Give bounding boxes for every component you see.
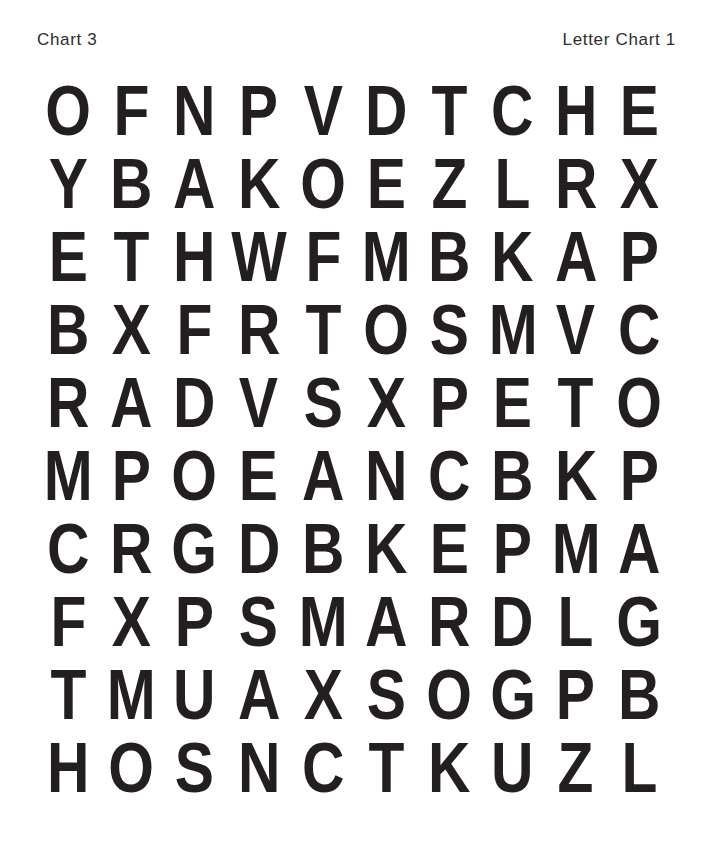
grid-cell-r5c6: X [355, 366, 418, 439]
letter-glyph: O [616, 368, 662, 438]
grid-cell-r9c10: B [607, 658, 670, 731]
grid-cell-r3c8: K [481, 220, 544, 293]
grid-cell-r4c3: F [163, 293, 226, 366]
letter-glyph: V [304, 76, 343, 146]
letter-glyph: M [551, 514, 600, 584]
letter-glyph: D [365, 76, 407, 146]
grid-cell-r7c10: A [607, 512, 670, 585]
letter-glyph: M [362, 222, 411, 292]
letter-glyph: O [427, 660, 473, 730]
grid-cell-r2c3: A [163, 147, 226, 220]
grid-cell-r8c8: D [481, 585, 544, 658]
letter-glyph: P [239, 76, 278, 146]
letter-glyph: S [304, 368, 343, 438]
grid-cell-r1c1: O [37, 74, 100, 147]
letter-glyph: F [50, 587, 86, 657]
grid-cell-r1c8: C [481, 74, 544, 147]
letter-glyph: Z [432, 149, 468, 219]
grid-cell-r7c1: C [37, 512, 100, 585]
letter-glyph: O [108, 733, 154, 803]
chart-header: Chart 3 Letter Chart 1 [0, 0, 707, 50]
grid-cell-r6c4: E [226, 439, 292, 512]
grid-cell-r6c9: K [544, 439, 607, 512]
grid-cell-r5c1: R [37, 366, 100, 439]
letter-glyph: R [555, 149, 597, 219]
grid-cell-r1c7: T [418, 74, 481, 147]
letter-glyph: X [619, 149, 658, 219]
grid-cell-r9c9: P [544, 658, 607, 731]
letter-chart-page: Chart 3 Letter Chart 1 OFNPVDTCHEYBAKOEZ… [0, 0, 707, 858]
grid-cell-r10c9: Z [544, 731, 607, 804]
grid-cell-r5c4: V [226, 366, 292, 439]
letter-glyph: O [171, 441, 217, 511]
grid-cell-r3c6: M [355, 220, 418, 293]
letter-glyph: N [173, 76, 215, 146]
letter-glyph: B [47, 295, 89, 365]
grid-cell-r3c10: P [607, 220, 670, 293]
letter-glyph: F [113, 76, 149, 146]
grid-cell-r4c2: X [100, 293, 163, 366]
letter-glyph: G [616, 587, 662, 657]
letter-glyph: X [367, 368, 406, 438]
grid-cell-r5c2: A [100, 366, 163, 439]
grid-cell-r3c5: F [292, 220, 355, 293]
letter-glyph: O [301, 149, 347, 219]
grid-cell-r5c8: E [481, 366, 544, 439]
letter-glyph: A [618, 514, 660, 584]
grid-cell-r5c10: O [607, 366, 670, 439]
letter-glyph: S [430, 295, 469, 365]
grid-cell-r8c5: M [292, 585, 355, 658]
letter-glyph: P [619, 441, 658, 511]
letter-glyph: O [45, 76, 91, 146]
grid-cell-r4c6: O [355, 293, 418, 366]
grid-cell-r6c8: B [481, 439, 544, 512]
letter-glyph: C [302, 733, 344, 803]
chart-title-label: Letter Chart 1 [563, 30, 676, 50]
grid-cell-r2c9: R [544, 147, 607, 220]
grid-cell-r1c9: H [544, 74, 607, 147]
grid-cell-r4c1: B [37, 293, 100, 366]
letter-glyph: C [491, 76, 533, 146]
grid-cell-r3c3: H [163, 220, 226, 293]
grid-cell-r8c2: X [100, 585, 163, 658]
grid-cell-r1c6: D [355, 74, 418, 147]
grid-cell-r10c4: N [226, 731, 292, 804]
grid-cell-r10c10: L [607, 731, 670, 804]
letter-glyph: T [305, 295, 341, 365]
grid-cell-r5c9: T [544, 366, 607, 439]
letter-glyph: R [110, 514, 152, 584]
letter-glyph: M [107, 660, 156, 730]
letter-glyph: E [48, 222, 87, 292]
grid-cell-r2c2: B [100, 147, 163, 220]
grid-cell-r10c7: K [418, 731, 481, 804]
letter-glyph: G [490, 660, 536, 730]
grid-cell-r2c5: O [292, 147, 355, 220]
grid-cell-r5c3: D [163, 366, 226, 439]
grid-cell-r8c1: F [37, 585, 100, 658]
grid-cell-r4c8: M [481, 293, 544, 366]
grid-cell-r6c5: A [292, 439, 355, 512]
letter-glyph: M [299, 587, 348, 657]
grid-cell-r6c2: P [100, 439, 163, 512]
grid-cell-r3c7: B [418, 220, 481, 293]
letter-glyph: H [555, 76, 597, 146]
letter-glyph: T [558, 368, 594, 438]
letter-glyph: P [619, 222, 658, 292]
letter-glyph: S [175, 733, 214, 803]
grid-cell-r1c5: V [292, 74, 355, 147]
letter-glyph: X [304, 660, 343, 730]
grid-cell-r3c1: E [37, 220, 100, 293]
letter-glyph: K [365, 514, 407, 584]
letter-glyph: M [488, 295, 537, 365]
letter-glyph: W [231, 222, 287, 292]
grid-cell-r4c9: V [544, 293, 607, 366]
letter-glyph: N [365, 441, 407, 511]
grid-cell-r10c8: U [481, 731, 544, 804]
letter-glyph: A [365, 587, 407, 657]
letter-glyph: B [491, 441, 533, 511]
letter-glyph: E [367, 149, 406, 219]
grid-cell-r7c8: P [481, 512, 544, 585]
letter-glyph: K [555, 441, 597, 511]
letter-glyph: E [430, 514, 469, 584]
grid-cell-r6c10: P [607, 439, 670, 512]
letter-glyph: E [619, 76, 658, 146]
grid-cell-r8c9: L [544, 585, 607, 658]
letter-glyph: D [491, 587, 533, 657]
letter-glyph: H [47, 733, 89, 803]
grid-cell-r9c5: X [292, 658, 355, 731]
letter-glyph: X [112, 295, 151, 365]
letter-glyph: U [173, 660, 215, 730]
letter-glyph: T [369, 733, 405, 803]
grid-cell-r3c2: T [100, 220, 163, 293]
letter-glyph: R [428, 587, 470, 657]
letter-glyph: B [302, 514, 344, 584]
grid-cell-r4c10: C [607, 293, 670, 366]
letter-glyph: T [432, 76, 468, 146]
letter-glyph: K [238, 149, 280, 219]
letter-glyph: A [238, 660, 280, 730]
letter-glyph: E [493, 368, 532, 438]
letter-glyph: A [555, 222, 597, 292]
letter-glyph: O [364, 295, 410, 365]
letter-glyph: P [556, 660, 595, 730]
letter-glyph: C [428, 441, 470, 511]
letter-glyph: L [495, 149, 531, 219]
letter-glyph: V [239, 368, 278, 438]
grid-cell-r2c4: K [226, 147, 292, 220]
letter-glyph: N [238, 733, 280, 803]
grid-cell-r8c7: R [418, 585, 481, 658]
grid-cell-r6c3: O [163, 439, 226, 512]
letter-glyph: V [556, 295, 595, 365]
grid-cell-r10c1: H [37, 731, 100, 804]
letter-glyph: Y [48, 149, 87, 219]
grid-cell-r7c5: B [292, 512, 355, 585]
letter-glyph: A [302, 441, 344, 511]
letter-glyph: P [430, 368, 469, 438]
grid-cell-r7c3: G [163, 512, 226, 585]
letter-grid: OFNPVDTCHEYBAKOEZLRXETHWFMBKAPBXFRTOSMVC… [37, 74, 671, 804]
letter-glyph: X [112, 587, 151, 657]
grid-cell-r2c1: Y [37, 147, 100, 220]
grid-cell-r2c10: X [607, 147, 670, 220]
letter-glyph: T [50, 660, 86, 730]
letter-glyph: P [112, 441, 151, 511]
letter-glyph: F [305, 222, 341, 292]
grid-cell-r7c4: D [226, 512, 292, 585]
letter-glyph: C [618, 295, 660, 365]
grid-cell-r9c1: T [37, 658, 100, 731]
grid-cell-r9c8: G [481, 658, 544, 731]
letter-glyph: E [239, 441, 278, 511]
grid-cell-r10c6: T [355, 731, 418, 804]
letter-glyph: C [47, 514, 89, 584]
grid-cell-r3c4: W [226, 220, 292, 293]
grid-cell-r9c7: O [418, 658, 481, 731]
grid-cell-r9c4: A [226, 658, 292, 731]
letter-glyph: U [491, 733, 533, 803]
letter-glyph: S [367, 660, 406, 730]
grid-cell-r1c2: F [100, 74, 163, 147]
grid-cell-r9c2: M [100, 658, 163, 731]
grid-cell-r7c7: E [418, 512, 481, 585]
grid-cell-r8c4: S [226, 585, 292, 658]
letter-glyph: S [239, 587, 278, 657]
letter-glyph: B [618, 660, 660, 730]
grid-cell-r10c2: O [100, 731, 163, 804]
grid-cell-r2c6: E [355, 147, 418, 220]
grid-cell-r8c6: A [355, 585, 418, 658]
grid-cell-r2c8: L [481, 147, 544, 220]
grid-cell-r6c7: C [418, 439, 481, 512]
grid-cell-r7c9: M [544, 512, 607, 585]
grid-cell-r9c6: S [355, 658, 418, 731]
grid-cell-r4c4: R [226, 293, 292, 366]
grid-cell-r7c6: K [355, 512, 418, 585]
letter-glyph: T [113, 222, 149, 292]
grid-cell-r1c4: P [226, 74, 292, 147]
letter-glyph: B [110, 149, 152, 219]
grid-cell-r7c2: R [100, 512, 163, 585]
letter-glyph: A [110, 368, 152, 438]
letter-glyph: D [238, 514, 280, 584]
grid-cell-r1c10: E [607, 74, 670, 147]
grid-cell-r2c7: Z [418, 147, 481, 220]
chart-number-label: Chart 3 [37, 30, 98, 50]
letter-glyph: K [491, 222, 533, 292]
grid-cell-r8c3: P [163, 585, 226, 658]
letter-glyph: A [173, 149, 215, 219]
letter-glyph: P [493, 514, 532, 584]
grid-cell-r10c3: S [163, 731, 226, 804]
letter-glyph: M [44, 441, 93, 511]
grid-cell-r9c3: U [163, 658, 226, 731]
grid-cell-r6c1: M [37, 439, 100, 512]
grid-cell-r4c5: T [292, 293, 355, 366]
grid-cell-r5c5: S [292, 366, 355, 439]
grid-cell-r10c5: C [292, 731, 355, 804]
grid-cell-r1c3: N [163, 74, 226, 147]
letter-glyph: G [171, 514, 217, 584]
letter-glyph: H [173, 222, 215, 292]
grid-cell-r4c7: S [418, 293, 481, 366]
letter-glyph: F [176, 295, 212, 365]
grid-cell-r6c6: N [355, 439, 418, 512]
grid-cell-r5c7: P [418, 366, 481, 439]
letter-glyph: Z [558, 733, 594, 803]
grid-cell-r8c10: G [607, 585, 670, 658]
letter-glyph: R [47, 368, 89, 438]
letter-glyph: R [238, 295, 280, 365]
letter-glyph: K [428, 733, 470, 803]
letter-glyph: B [428, 222, 470, 292]
letter-glyph: P [175, 587, 214, 657]
letter-glyph: L [621, 733, 657, 803]
grid-cell-r3c9: A [544, 220, 607, 293]
letter-glyph: L [558, 587, 594, 657]
letter-glyph: D [173, 368, 215, 438]
